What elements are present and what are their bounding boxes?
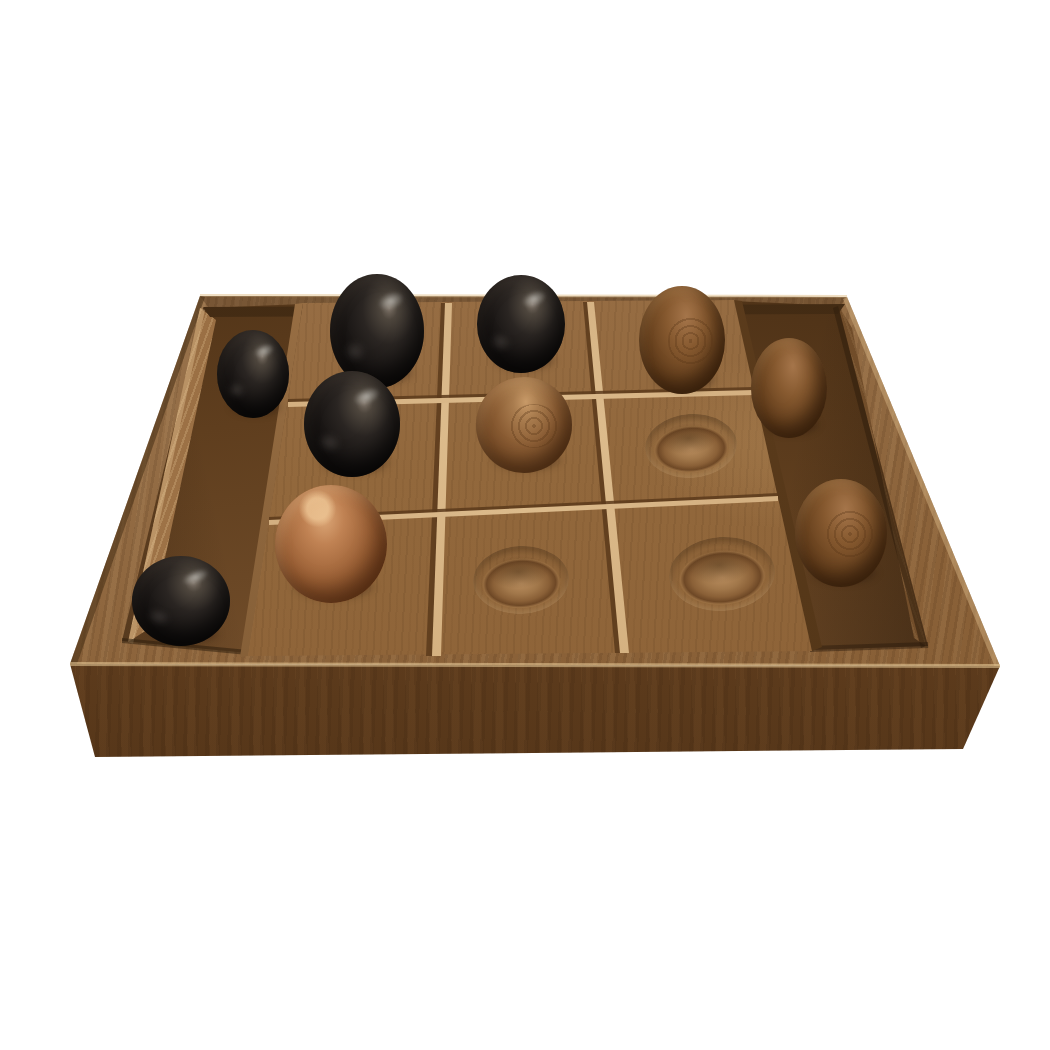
ball-black-r2c1[interactable]	[304, 371, 400, 477]
ball-natural-tray-right-back[interactable]	[751, 338, 827, 438]
ball-black-tray-left-front[interactable]	[132, 556, 230, 646]
ball-natural-r3c1[interactable]	[275, 485, 387, 603]
board-scene	[0, 0, 1050, 1050]
ball-natural-tray-right-front[interactable]	[795, 479, 887, 587]
ball-black-tray-left-back[interactable]	[217, 330, 289, 418]
ball-black-r1c2[interactable]	[477, 275, 565, 373]
ball-natural-r2c2[interactable]	[476, 377, 572, 473]
ball-natural-r1c3[interactable]	[639, 286, 725, 394]
